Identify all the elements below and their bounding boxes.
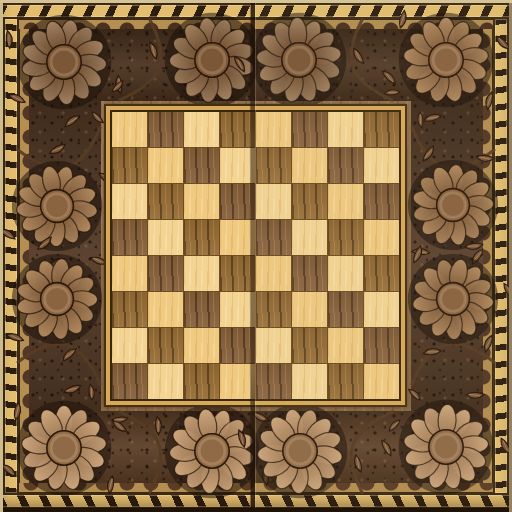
marquetry-border-bottom	[0, 493, 512, 509]
square-a1[interactable]	[112, 364, 147, 399]
square-d2[interactable]	[220, 328, 255, 363]
square-a7[interactable]	[112, 148, 147, 183]
square-c6[interactable]	[184, 184, 219, 219]
square-f2[interactable]	[292, 328, 327, 363]
square-g1[interactable]	[328, 364, 363, 399]
square-e3[interactable]	[256, 292, 291, 327]
scallop-edge-top	[19, 19, 493, 29]
square-c3[interactable]	[184, 292, 219, 327]
square-b3[interactable]	[148, 292, 183, 327]
square-c8[interactable]	[184, 112, 219, 147]
square-f3[interactable]	[292, 292, 327, 327]
carved-floral-band-top	[29, 29, 483, 101]
scallop-edge-left	[19, 29, 29, 483]
marquetry-border-right	[493, 19, 509, 493]
square-d4[interactable]	[220, 256, 255, 291]
square-d5[interactable]	[220, 220, 255, 255]
scallop-edge-bottom	[19, 483, 493, 493]
square-b1[interactable]	[148, 364, 183, 399]
square-e5[interactable]	[256, 220, 291, 255]
square-e1[interactable]	[256, 364, 291, 399]
square-d3[interactable]	[220, 292, 255, 327]
square-g8[interactable]	[328, 112, 363, 147]
square-b8[interactable]	[148, 112, 183, 147]
square-e2[interactable]	[256, 328, 291, 363]
square-f6[interactable]	[292, 184, 327, 219]
square-f4[interactable]	[292, 256, 327, 291]
carved-floral-band-left	[29, 101, 101, 411]
square-d6[interactable]	[220, 184, 255, 219]
square-a4[interactable]	[112, 256, 147, 291]
board-inner-border	[110, 110, 401, 401]
square-b6[interactable]	[148, 184, 183, 219]
square-f7[interactable]	[292, 148, 327, 183]
square-h5[interactable]	[364, 220, 399, 255]
square-h6[interactable]	[364, 184, 399, 219]
square-a5[interactable]	[112, 220, 147, 255]
square-f1[interactable]	[292, 364, 327, 399]
square-g6[interactable]	[328, 184, 363, 219]
square-h8[interactable]	[364, 112, 399, 147]
square-h7[interactable]	[364, 148, 399, 183]
square-f8[interactable]	[292, 112, 327, 147]
marquetry-border-top	[0, 3, 512, 19]
square-a6[interactable]	[112, 184, 147, 219]
square-e8[interactable]	[256, 112, 291, 147]
square-f5[interactable]	[292, 220, 327, 255]
square-b7[interactable]	[148, 148, 183, 183]
board-frame	[104, 104, 407, 407]
square-g4[interactable]	[328, 256, 363, 291]
square-h4[interactable]	[364, 256, 399, 291]
square-h1[interactable]	[364, 364, 399, 399]
square-d7[interactable]	[220, 148, 255, 183]
square-e7[interactable]	[256, 148, 291, 183]
square-a3[interactable]	[112, 292, 147, 327]
square-d1[interactable]	[220, 364, 255, 399]
square-a8[interactable]	[112, 112, 147, 147]
square-b4[interactable]	[148, 256, 183, 291]
square-c4[interactable]	[184, 256, 219, 291]
square-g5[interactable]	[328, 220, 363, 255]
square-d8[interactable]	[220, 112, 255, 147]
carved-wooden-chessboard	[0, 0, 512, 512]
carved-floral-band-bottom	[29, 411, 483, 483]
scallop-edge-right	[483, 29, 493, 483]
square-a2[interactable]	[112, 328, 147, 363]
square-c1[interactable]	[184, 364, 219, 399]
square-h2[interactable]	[364, 328, 399, 363]
square-h3[interactable]	[364, 292, 399, 327]
chessboard-grid	[112, 112, 399, 399]
square-b5[interactable]	[148, 220, 183, 255]
carved-floral-band-right	[411, 101, 483, 411]
square-g7[interactable]	[328, 148, 363, 183]
square-c5[interactable]	[184, 220, 219, 255]
marquetry-border-left	[3, 19, 19, 493]
square-c7[interactable]	[184, 148, 219, 183]
square-g3[interactable]	[328, 292, 363, 327]
square-e6[interactable]	[256, 184, 291, 219]
square-e4[interactable]	[256, 256, 291, 291]
square-b2[interactable]	[148, 328, 183, 363]
square-c2[interactable]	[184, 328, 219, 363]
square-g2[interactable]	[328, 328, 363, 363]
